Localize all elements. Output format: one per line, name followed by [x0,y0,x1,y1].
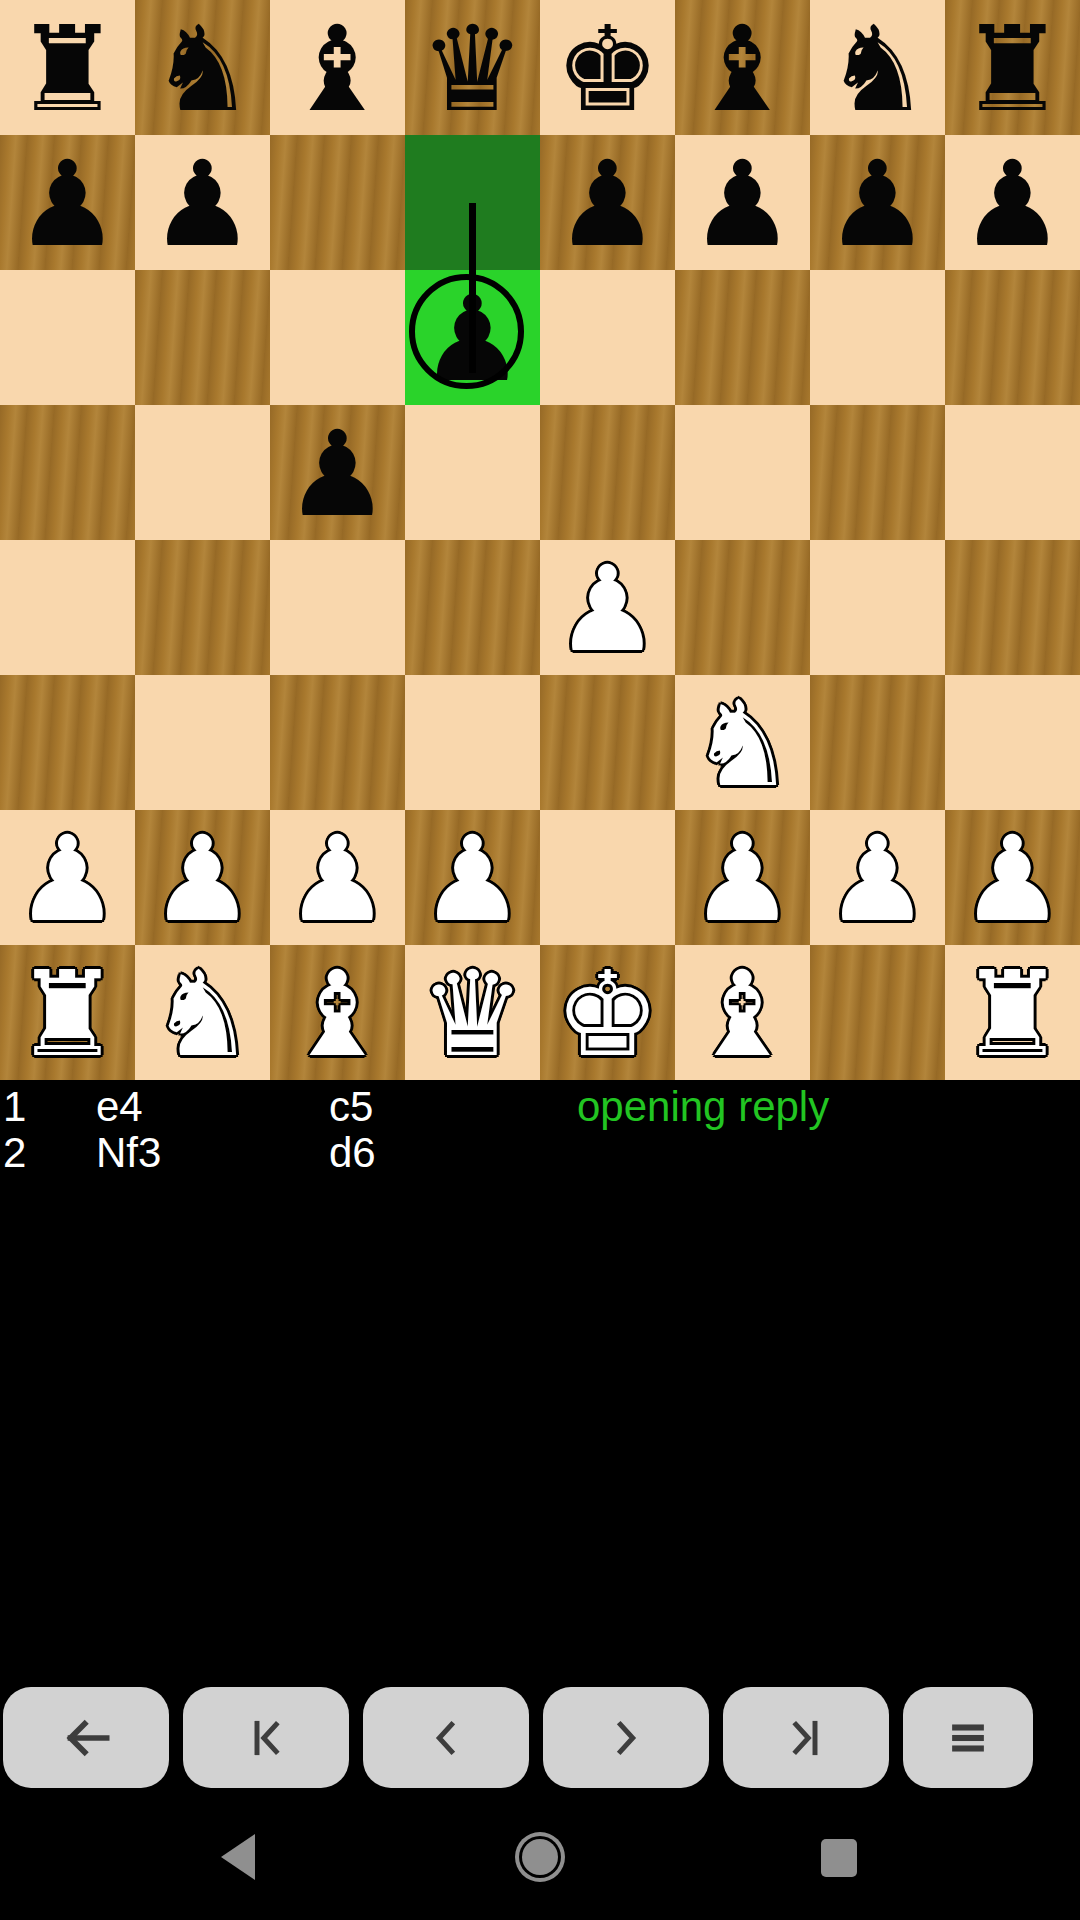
black-bishop: ♝ [675,0,810,135]
white-pawn: ♟ [270,810,405,945]
square-c3[interactable] [270,675,405,810]
square-h8[interactable]: ♜ [945,0,1080,135]
black-rook: ♜ [0,0,135,135]
square-h1[interactable]: ♜ [945,945,1080,1080]
square-c6[interactable] [270,270,405,405]
black-move[interactable]: d6 [329,1130,376,1176]
chess-app-screen: ♜♞♝♛♚♝♞♜♟♟♟♟♟♟♟♟♟♞♟♟♟♟♟♟♟♜♞♝♛♚♝♜ 1 e4 c5… [0,0,1080,1920]
square-g5[interactable] [810,405,945,540]
move-list: 1 e4 c5 opening reply 2 Nf3 d6 [0,1084,1080,1176]
square-g4[interactable] [810,540,945,675]
white-rook: ♜ [945,945,1080,1080]
square-b7[interactable]: ♟ [135,135,270,270]
move-row: 1 e4 c5 opening reply [0,1084,1080,1130]
white-move[interactable]: Nf3 [96,1130,161,1176]
square-b8[interactable]: ♞ [135,0,270,135]
square-b1[interactable]: ♞ [135,945,270,1080]
square-c5[interactable]: ♟ [270,405,405,540]
square-h7[interactable]: ♟ [945,135,1080,270]
square-e5[interactable] [540,405,675,540]
skip-to-start-icon [239,1711,293,1765]
step-forward-button[interactable] [543,1687,709,1788]
square-h3[interactable] [945,675,1080,810]
white-pawn: ♟ [405,810,540,945]
square-e6[interactable] [540,270,675,405]
white-bishop: ♝ [675,945,810,1080]
square-g6[interactable] [810,270,945,405]
square-c1[interactable]: ♝ [270,945,405,1080]
square-a6[interactable] [0,270,135,405]
black-pawn: ♟ [135,135,270,270]
android-recents-icon[interactable] [821,1839,857,1877]
move-number: 2 [3,1130,26,1176]
black-pawn: ♟ [810,135,945,270]
square-e8[interactable]: ♚ [540,0,675,135]
square-a8[interactable]: ♜ [0,0,135,135]
menu-button[interactable] [903,1687,1033,1788]
square-f8[interactable]: ♝ [675,0,810,135]
black-pawn: ♟ [945,135,1080,270]
last-move-destination-circle [409,274,524,389]
square-a2[interactable]: ♟ [0,810,135,945]
black-move[interactable]: c5 [329,1084,373,1130]
square-f1[interactable]: ♝ [675,945,810,1080]
square-g2[interactable]: ♟ [810,810,945,945]
black-king: ♚ [540,0,675,135]
square-b4[interactable] [135,540,270,675]
navigation-toolbar [3,1687,1033,1788]
black-queen: ♛ [405,0,540,135]
square-c2[interactable]: ♟ [270,810,405,945]
square-d1[interactable]: ♛ [405,945,540,1080]
back-button[interactable] [3,1687,169,1788]
white-pawn: ♟ [0,810,135,945]
square-c8[interactable]: ♝ [270,0,405,135]
skip-to-end-icon [779,1711,833,1765]
square-e2[interactable] [540,810,675,945]
white-pawn: ♟ [540,540,675,675]
white-knight: ♞ [675,675,810,810]
square-f4[interactable] [675,540,810,675]
square-g3[interactable] [810,675,945,810]
square-f7[interactable]: ♟ [675,135,810,270]
square-h4[interactable] [945,540,1080,675]
black-pawn: ♟ [675,135,810,270]
square-e7[interactable]: ♟ [540,135,675,270]
square-c7[interactable] [270,135,405,270]
black-pawn: ♟ [270,405,405,540]
black-knight: ♞ [810,0,945,135]
square-a7[interactable]: ♟ [0,135,135,270]
square-b3[interactable] [135,675,270,810]
square-a5[interactable] [0,405,135,540]
square-d8[interactable]: ♛ [405,0,540,135]
menu-icon [940,1710,996,1766]
white-king: ♚ [540,945,675,1080]
square-e1[interactable]: ♚ [540,945,675,1080]
square-h5[interactable] [945,405,1080,540]
opening-annotation: opening reply [577,1084,829,1130]
step-back-icon [419,1711,473,1765]
square-h2[interactable]: ♟ [945,810,1080,945]
skip-to-end-button[interactable] [723,1687,889,1788]
black-pawn: ♟ [0,135,135,270]
black-bishop: ♝ [270,0,405,135]
square-g1[interactable] [810,945,945,1080]
square-b6[interactable] [135,270,270,405]
square-f6[interactable] [675,270,810,405]
square-f3[interactable]: ♞ [675,675,810,810]
white-pawn: ♟ [945,810,1080,945]
square-d3[interactable] [405,675,540,810]
move-row: 2 Nf3 d6 [0,1130,1080,1176]
square-f2[interactable]: ♟ [675,810,810,945]
android-navigation-bar [0,1820,1080,1920]
square-g7[interactable]: ♟ [810,135,945,270]
white-bishop: ♝ [270,945,405,1080]
white-pawn: ♟ [810,810,945,945]
square-c4[interactable] [270,540,405,675]
black-knight: ♞ [135,0,270,135]
white-pawn: ♟ [135,810,270,945]
square-b2[interactable]: ♟ [135,810,270,945]
square-b5[interactable] [135,405,270,540]
skip-to-start-button[interactable] [183,1687,349,1788]
white-rook: ♜ [0,945,135,1080]
square-a4[interactable] [0,540,135,675]
android-back-icon[interactable] [221,1834,255,1880]
step-back-button[interactable] [363,1687,529,1788]
step-forward-icon [599,1711,653,1765]
white-queen: ♛ [405,945,540,1080]
chess-board: ♜♞♝♛♚♝♞♜♟♟♟♟♟♟♟♟♟♞♟♟♟♟♟♟♟♜♞♝♛♚♝♜ [0,0,1080,1080]
square-a1[interactable]: ♜ [0,945,135,1080]
square-g8[interactable]: ♞ [810,0,945,135]
square-f5[interactable] [675,405,810,540]
white-knight: ♞ [135,945,270,1080]
move-number: 1 [3,1084,26,1130]
square-h6[interactable] [945,270,1080,405]
square-a3[interactable] [0,675,135,810]
black-rook: ♜ [945,0,1080,135]
square-e3[interactable] [540,675,675,810]
white-move[interactable]: e4 [96,1084,143,1130]
android-home-icon[interactable] [522,1839,558,1875]
square-d5[interactable] [405,405,540,540]
black-pawn: ♟ [540,135,675,270]
white-pawn: ♟ [675,810,810,945]
square-e4[interactable]: ♟ [540,540,675,675]
square-d4[interactable] [405,540,540,675]
square-d2[interactable]: ♟ [405,810,540,945]
left-arrow-icon [55,1707,117,1769]
